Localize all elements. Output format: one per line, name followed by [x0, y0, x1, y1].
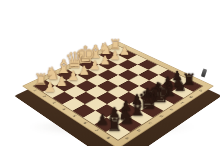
- rank-label-5: 5: [72, 114, 78, 117]
- scene: ♜♟♟♜♞♟♟♞♝♟♟♝♚♟♟♚♛♟♟♛♝♟♟♝♞♟♟♞♜♟♟♜ 1234567…: [0, 0, 220, 146]
- photo-canvas: ♜♟♟♜♞♟♟♞♝♟♟♝♚♟♟♚♛♟♟♛♝♟♟♝♞♟♟♞♜♟♟♜ 1234567…: [0, 0, 220, 146]
- rank-label-2: 2: [41, 95, 47, 98]
- piece-white-pawn-a2[interactable]: ♟: [31, 80, 69, 93]
- file-label-a: a: [125, 136, 131, 140]
- piece-black-rook-a8[interactable]: ♜: [93, 116, 136, 134]
- file-label-h: h: [199, 89, 204, 92]
- file-label-g: g: [189, 95, 194, 98]
- file-label-f: f: [180, 101, 184, 104]
- file-label-d: d: [159, 114, 165, 117]
- rank-label-4: 4: [61, 108, 67, 111]
- file-label-b: b: [136, 129, 142, 133]
- chess-board: ♜♟♟♜♞♟♟♞♝♟♟♝♚♟♟♚♛♟♟♛♝♟♟♝♞♟♟♞♜♟♟♜ 1234567…: [22, 41, 214, 146]
- file-label-c: c: [148, 121, 153, 124]
- rank-label-3: 3: [51, 101, 57, 104]
- board-frame: ♜♟♟♜♞♟♟♞♝♟♟♝♚♟♟♚♛♟♟♛♝♟♟♝♞♟♟♞♜♟♟♜ 1234567…: [22, 41, 214, 146]
- rank-label-8: 8: [105, 136, 111, 140]
- file-label-e: e: [169, 108, 174, 111]
